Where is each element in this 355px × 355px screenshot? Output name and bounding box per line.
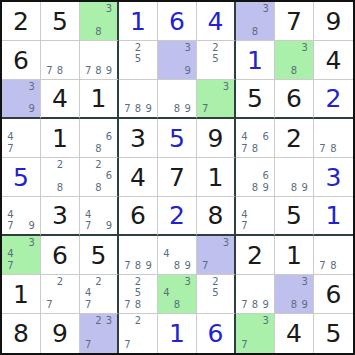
candidate-8 — [133, 65, 144, 77]
candidate-7 — [239, 26, 250, 38]
cell-r8c2[interactable]: 27 — [41, 275, 80, 314]
candidate-6 — [143, 249, 154, 261]
candidate-8 — [16, 221, 27, 232]
candidate-4 — [161, 54, 172, 66]
candidate-7: 7 — [239, 221, 250, 232]
candidate-8: 8 — [93, 182, 103, 194]
candidate-1 — [5, 120, 16, 132]
pencil-marks: 89 — [278, 159, 310, 194]
candidate-2: 2 — [55, 159, 66, 171]
candidate-7 — [239, 182, 250, 194]
candidate-7: 7 — [317, 143, 328, 155]
candidate-9 — [339, 260, 350, 272]
cell-r8c7[interactable]: 789 — [236, 275, 275, 314]
cell-r9c1[interactable]: 8 — [2, 314, 41, 353]
candidate-7: 7 — [5, 221, 16, 232]
cell-r2c4[interactable]: 25 — [119, 41, 158, 80]
candidate-2 — [133, 81, 144, 92]
given-digit: 6 — [41, 236, 79, 274]
given-digit: 1 — [41, 119, 79, 157]
given-digit: 4 — [119, 158, 157, 196]
candidate-6: 6 — [260, 171, 271, 183]
candidate-8: 8 — [55, 65, 66, 77]
candidate-9 — [221, 260, 231, 272]
candidate-7 — [122, 65, 133, 77]
cell-r5c6[interactable]: 1 — [197, 158, 236, 197]
cell-r4c5[interactable]: 5 — [158, 119, 197, 158]
candidate-9: 9 — [260, 299, 271, 311]
candidate-1 — [83, 198, 93, 209]
candidate-1 — [83, 120, 93, 132]
cell-r4c9[interactable]: 78 — [314, 119, 353, 158]
candidate-6: 6 — [260, 132, 271, 144]
cell-r1c7[interactable]: 38 — [236, 2, 275, 41]
candidate-6 — [182, 249, 193, 261]
cell-r5c4[interactable]: 4 — [119, 158, 158, 197]
cell-r6c7[interactable]: 47 — [236, 197, 275, 236]
cell-r3c4[interactable]: 789 — [119, 80, 158, 119]
candidate-1 — [278, 42, 289, 54]
candidate-1 — [122, 237, 133, 249]
candidate-4 — [239, 15, 250, 27]
candidate-8: 8 — [250, 299, 261, 311]
pencil-marks: 348 — [161, 276, 193, 311]
solved-digit: 6 — [197, 314, 234, 353]
candidate-3 — [143, 81, 154, 92]
cell-r6c3[interactable]: 479 — [80, 197, 119, 236]
candidate-2: 2 — [210, 42, 220, 54]
candidate-6 — [26, 92, 37, 103]
pencil-marks: 689 — [239, 159, 271, 194]
cell-r8c9[interactable]: 6 — [314, 275, 353, 314]
candidate-6 — [299, 54, 310, 66]
pencil-marks: 89 — [161, 81, 193, 115]
candidate-5 — [289, 54, 300, 66]
candidate-8: 8 — [172, 104, 183, 115]
candidate-2: 2 — [93, 315, 103, 327]
given-digit: 5 — [41, 2, 79, 40]
candidate-4: 4 — [5, 249, 16, 261]
cell-r5c2[interactable]: 28 — [41, 158, 80, 197]
candidate-4 — [239, 288, 250, 300]
candidate-6 — [182, 54, 193, 66]
solved-digit: 4 — [197, 2, 234, 40]
cell-r8c4[interactable]: 2578 — [119, 275, 158, 314]
candidate-9 — [143, 299, 154, 311]
candidate-5 — [250, 15, 261, 27]
cell-r7c2[interactable]: 6 — [41, 236, 80, 275]
candidate-1 — [44, 159, 55, 171]
cell-r9c8[interactable]: 4 — [275, 314, 314, 353]
candidate-3 — [260, 198, 271, 209]
candidate-9 — [260, 339, 271, 351]
cell-r4c2[interactable]: 1 — [41, 119, 80, 158]
candidate-2 — [16, 198, 27, 209]
candidate-6: 6 — [104, 132, 114, 144]
cell-r2c9[interactable]: 4 — [314, 41, 353, 80]
candidate-2 — [172, 42, 183, 54]
candidate-9 — [104, 299, 114, 311]
cell-r8c1[interactable]: 1 — [2, 275, 41, 314]
solved-digit: 1 — [158, 314, 196, 353]
cell-r8c3[interactable]: 247 — [80, 275, 119, 314]
candidate-1 — [44, 42, 55, 54]
candidate-3 — [143, 315, 154, 327]
given-digit: 7 — [275, 2, 313, 40]
pencil-marks: 47 — [239, 198, 271, 232]
cell-r1c5[interactable]: 6 — [158, 2, 197, 41]
cell-r6c4[interactable]: 6 — [119, 197, 158, 236]
candidate-7: 7 — [317, 260, 328, 272]
cell-r3c6[interactable]: 37 — [197, 80, 236, 119]
candidate-8: 8 — [289, 299, 300, 311]
candidate-5 — [133, 327, 144, 339]
candidate-8: 8 — [250, 143, 261, 155]
candidate-2 — [250, 276, 261, 288]
candidate-3 — [339, 237, 350, 249]
cell-r5c8[interactable]: 89 — [275, 158, 314, 197]
candidate-3: 3 — [260, 3, 271, 15]
candidate-8: 8 — [328, 143, 339, 155]
cell-r2c1[interactable]: 6 — [2, 41, 41, 80]
cell-r8c6[interactable]: 25 — [197, 275, 236, 314]
candidate-9: 9 — [104, 65, 114, 77]
candidate-2 — [16, 120, 27, 132]
candidate-4: 4 — [83, 209, 93, 220]
candidate-9 — [104, 143, 114, 155]
candidate-1 — [317, 120, 328, 132]
candidate-2 — [93, 42, 103, 54]
candidate-1 — [83, 159, 93, 171]
cell-r4c8[interactable]: 2 — [275, 119, 314, 158]
candidate-2 — [16, 237, 27, 249]
given-digit: 5 — [314, 314, 353, 353]
cell-r7c6[interactable]: 37 — [197, 236, 236, 275]
pencil-marks: 489 — [161, 237, 193, 272]
cell-r4c6[interactable]: 9 — [197, 119, 236, 158]
candidate-9: 9 — [182, 65, 193, 77]
candidate-6 — [65, 171, 76, 183]
candidate-3 — [104, 198, 114, 209]
given-digit: 9 — [314, 2, 353, 40]
candidate-1 — [278, 276, 289, 288]
cell-r2c8[interactable]: 38 — [275, 41, 314, 80]
candidate-8 — [93, 339, 103, 351]
candidate-5 — [93, 288, 103, 300]
candidate-1 — [5, 81, 16, 92]
cell-r6c9[interactable]: 1 — [314, 197, 353, 236]
pencil-marks: 479 — [83, 198, 114, 232]
cell-r1c8[interactable]: 7 — [275, 2, 314, 41]
cell-r7c5[interactable]: 489 — [158, 236, 197, 275]
cell-r6c1[interactable]: 479 — [2, 197, 41, 236]
candidate-8: 8 — [93, 65, 103, 77]
candidate-4 — [83, 15, 93, 27]
candidate-5 — [172, 249, 183, 261]
candidate-5 — [172, 288, 183, 300]
cell-r3c2[interactable]: 4 — [41, 80, 80, 119]
cell-r3c9[interactable]: 2 — [314, 80, 353, 119]
candidate-5: 5 — [133, 288, 144, 300]
cell-r3c8[interactable]: 6 — [275, 80, 314, 119]
candidate-5 — [210, 92, 220, 103]
given-digit: 3 — [41, 197, 79, 234]
cell-r6c6[interactable]: 8 — [197, 197, 236, 236]
candidate-9 — [221, 299, 231, 311]
candidate-2 — [93, 3, 103, 15]
candidate-9 — [221, 104, 231, 115]
candidate-1 — [239, 120, 250, 132]
candidate-4 — [83, 132, 93, 144]
candidate-2 — [289, 276, 300, 288]
pencil-marks: 25 — [122, 42, 154, 77]
candidate-4 — [200, 288, 210, 300]
candidate-9 — [26, 260, 37, 272]
cell-r2c2[interactable]: 78 — [41, 41, 80, 80]
cell-r7c4[interactable]: 789 — [119, 236, 158, 275]
candidate-4 — [83, 54, 93, 66]
cell-r8c8[interactable]: 389 — [275, 275, 314, 314]
candidate-6: 6 — [104, 171, 114, 183]
pencil-marks: 68 — [83, 120, 114, 155]
cell-r9c6[interactable]: 6 — [197, 314, 236, 353]
candidate-5 — [250, 132, 261, 144]
candidate-8: 8 — [133, 260, 144, 272]
candidate-4 — [83, 171, 93, 183]
candidate-1 — [83, 276, 93, 288]
cell-r3c3[interactable]: 1 — [80, 80, 119, 119]
pencil-marks: 38 — [278, 42, 310, 77]
candidate-9: 9 — [299, 299, 310, 311]
candidate-7 — [200, 65, 210, 77]
candidate-3 — [182, 81, 193, 92]
candidate-7 — [161, 104, 172, 115]
cell-r5c7[interactable]: 689 — [236, 158, 275, 197]
candidate-7: 7 — [200, 260, 210, 272]
cell-r5c5[interactable]: 7 — [158, 158, 197, 197]
candidate-1 — [161, 42, 172, 54]
given-digit: 8 — [197, 197, 234, 234]
candidate-2: 2 — [55, 276, 66, 288]
sudoku-board: 2538164387967878925392513843941789893756… — [0, 0, 355, 355]
pencil-marks: 78 — [44, 42, 76, 77]
candidate-7: 7 — [239, 339, 250, 351]
cell-r3c7[interactable]: 5 — [236, 80, 275, 119]
cell-r9c7[interactable]: 37 — [236, 314, 275, 353]
cell-r6c8[interactable]: 5 — [275, 197, 314, 236]
candidate-6 — [143, 92, 154, 103]
candidate-9: 9 — [26, 221, 37, 232]
candidate-7 — [278, 65, 289, 77]
pencil-marks: 2578 — [122, 276, 154, 311]
cell-r7c1[interactable]: 347 — [2, 236, 41, 275]
candidate-1 — [200, 237, 210, 249]
candidate-1 — [5, 237, 16, 249]
candidate-1 — [161, 81, 172, 92]
candidate-7: 7 — [83, 339, 93, 351]
cell-r5c3[interactable]: 268 — [80, 158, 119, 197]
candidate-8 — [16, 260, 27, 272]
candidate-8 — [93, 221, 103, 232]
candidate-5 — [250, 327, 261, 339]
candidate-7 — [161, 65, 172, 77]
candidate-1 — [200, 276, 210, 288]
candidate-5 — [16, 249, 27, 261]
cell-r1c9[interactable]: 9 — [314, 2, 353, 41]
candidate-1 — [239, 198, 250, 209]
candidate-1 — [122, 42, 133, 54]
candidate-1 — [44, 276, 55, 288]
cell-r5c9[interactable]: 3 — [314, 158, 353, 197]
candidate-4 — [200, 92, 210, 103]
cell-r5c1[interactable]: 5 — [2, 158, 41, 197]
cell-r9c4[interactable]: 27 — [119, 314, 158, 353]
candidate-6 — [143, 54, 154, 66]
cell-r1c4[interactable]: 1 — [119, 2, 158, 41]
given-digit: 6 — [119, 197, 157, 234]
cell-r1c2[interactable]: 5 — [41, 2, 80, 41]
candidate-4: 4 — [83, 288, 93, 300]
candidate-3: 3 — [221, 81, 231, 92]
candidate-4 — [44, 288, 55, 300]
candidate-8: 8 — [55, 182, 66, 194]
cell-r2c6[interactable]: 25 — [197, 41, 236, 80]
candidate-9: 9 — [26, 104, 37, 115]
candidate-1 — [83, 42, 93, 54]
pencil-marks: 37 — [200, 81, 231, 115]
candidate-9 — [182, 299, 193, 311]
candidate-5 — [93, 54, 103, 66]
cell-r3c5[interactable]: 89 — [158, 80, 197, 119]
candidate-3 — [104, 159, 114, 171]
candidate-3 — [260, 159, 271, 171]
candidate-4 — [200, 54, 210, 66]
candidate-6 — [339, 249, 350, 261]
candidate-1 — [278, 159, 289, 171]
candidate-1 — [161, 276, 172, 288]
given-digit: 4 — [275, 314, 313, 353]
candidate-8 — [210, 104, 220, 115]
solved-digit: 1 — [314, 197, 353, 234]
cell-r9c2[interactable]: 9 — [41, 314, 80, 353]
cell-r1c1[interactable]: 2 — [2, 2, 41, 41]
given-digit: 6 — [275, 80, 313, 117]
cell-r6c2[interactable]: 3 — [41, 197, 80, 236]
cell-r4c4[interactable]: 3 — [119, 119, 158, 158]
given-digit: 4 — [41, 80, 79, 117]
pencil-marks: 389 — [278, 276, 310, 311]
candidate-6 — [339, 132, 350, 144]
candidate-3: 3 — [221, 237, 231, 249]
candidate-4: 4 — [5, 132, 16, 144]
pencil-marks: 347 — [5, 237, 37, 272]
cell-r9c3[interactable]: 237 — [80, 314, 119, 353]
candidate-8: 8 — [93, 26, 103, 38]
candidate-9 — [221, 65, 231, 77]
candidate-5 — [328, 132, 339, 144]
candidate-2: 2 — [133, 315, 144, 327]
given-digit: 9 — [41, 314, 79, 353]
candidate-6 — [26, 132, 37, 144]
candidate-9 — [299, 65, 310, 77]
candidate-5 — [133, 249, 144, 261]
pencil-marks: 789 — [239, 276, 271, 311]
candidate-1 — [122, 276, 133, 288]
candidate-9: 9 — [182, 260, 193, 272]
cell-r8c5[interactable]: 348 — [158, 275, 197, 314]
candidate-4 — [239, 327, 250, 339]
cell-r1c6[interactable]: 4 — [197, 2, 236, 41]
cell-r4c7[interactable]: 4678 — [236, 119, 275, 158]
candidate-8 — [250, 221, 261, 232]
solved-digit: 1 — [119, 2, 157, 40]
candidate-8 — [55, 299, 66, 311]
candidate-4 — [122, 92, 133, 103]
candidate-6 — [221, 92, 231, 103]
cell-r3c1[interactable]: 39 — [2, 80, 41, 119]
candidate-9 — [26, 143, 37, 155]
candidate-6 — [65, 54, 76, 66]
cell-r2c7[interactable]: 1 — [236, 41, 275, 80]
cell-r7c7[interactable]: 2 — [236, 236, 275, 275]
candidate-4 — [161, 92, 172, 103]
cell-r7c3[interactable]: 5 — [80, 236, 119, 275]
cell-r1c3[interactable]: 38 — [80, 2, 119, 41]
candidate-1 — [200, 81, 210, 92]
pencil-marks: 37 — [200, 237, 231, 272]
candidate-5 — [55, 54, 66, 66]
given-digit: 5 — [275, 197, 313, 234]
cell-r2c3[interactable]: 789 — [80, 41, 119, 80]
cell-r7c8[interactable]: 1 — [275, 236, 314, 275]
candidate-5 — [93, 171, 103, 183]
pencil-marks: 268 — [83, 159, 114, 194]
candidate-3 — [26, 120, 37, 132]
cell-r2c5[interactable]: 39 — [158, 41, 197, 80]
candidate-7: 7 — [239, 143, 250, 155]
candidate-3 — [143, 237, 154, 249]
candidate-8: 8 — [289, 65, 300, 77]
cell-r7c9[interactable]: 78 — [314, 236, 353, 275]
cell-r4c1[interactable]: 47 — [2, 119, 41, 158]
candidate-3 — [221, 42, 231, 54]
cell-r4c3[interactable]: 68 — [80, 119, 119, 158]
candidate-9 — [260, 143, 271, 155]
candidate-3 — [260, 120, 271, 132]
candidate-7: 7 — [83, 299, 93, 311]
solved-digit: 5 — [2, 158, 40, 196]
cell-r9c9[interactable]: 5 — [314, 314, 353, 353]
candidate-3 — [182, 237, 193, 249]
candidate-3 — [221, 276, 231, 288]
candidate-6 — [260, 327, 271, 339]
cell-r9c5[interactable]: 1 — [158, 314, 197, 353]
given-digit: 8 — [2, 314, 40, 353]
candidate-3 — [143, 42, 154, 54]
cell-r6c5[interactable]: 2 — [158, 197, 197, 236]
pencil-marks: 789 — [122, 81, 154, 115]
candidate-7: 7 — [122, 299, 133, 311]
pencil-marks: 47 — [5, 120, 37, 155]
candidate-5 — [16, 209, 27, 220]
candidate-5 — [16, 132, 27, 144]
candidate-7: 7 — [122, 260, 133, 272]
solved-digit: 2 — [314, 80, 353, 117]
candidate-6 — [104, 327, 114, 339]
given-digit: 2 — [2, 2, 40, 40]
candidate-2: 2 — [93, 276, 103, 288]
pencil-marks: 237 — [83, 315, 114, 351]
